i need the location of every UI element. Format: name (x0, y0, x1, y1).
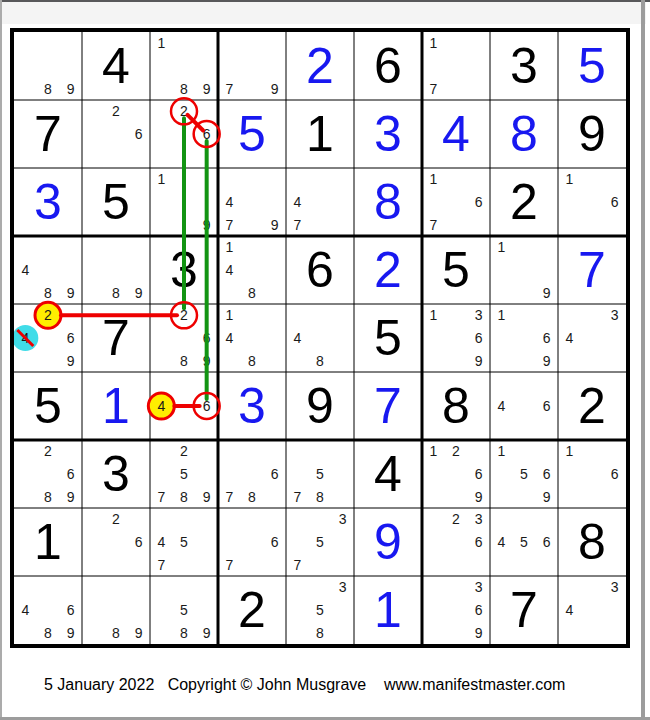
frame-right-border (641, 0, 645, 720)
sudoku-board: 8941897926173572626513489351947947816721… (10, 28, 630, 648)
elimination-strike (17, 330, 33, 346)
copyright-footer: 5 January 2022 Copyright © John Musgrave… (44, 676, 565, 694)
frame-left-border (0, 0, 2, 720)
chain-overlay (14, 32, 626, 644)
screenshot-frame: 8941897926173572626513489351947947816721… (0, 0, 650, 720)
top-gray-bar (2, 2, 646, 24)
